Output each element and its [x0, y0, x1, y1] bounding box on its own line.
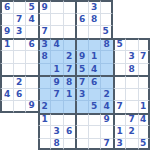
- sudoku-cell-r2c3[interactable]: 7: [38, 25, 51, 38]
- sudoku-cell-r2c7[interactable]: [88, 25, 101, 38]
- sudoku-cell-r5c4[interactable]: 1: [50, 63, 63, 76]
- sudoku-cell-r4c1[interactable]: [13, 50, 26, 63]
- sudoku-cell-r3c5[interactable]: [63, 38, 76, 51]
- sudoku-cell-r10c7[interactable]: [88, 125, 101, 138]
- sudoku-cell-r3c1[interactable]: [13, 38, 26, 51]
- sudoku-cell-r11c3[interactable]: [38, 138, 51, 151]
- sudoku-cell-r4c9[interactable]: [113, 50, 126, 63]
- sudoku-cell-r0c10: [125, 0, 138, 13]
- sudoku-cell-r9c0: [0, 113, 13, 126]
- sudoku-cell-r3c0[interactable]: 1: [0, 38, 13, 51]
- sudoku-cell-r10c6[interactable]: [75, 125, 88, 138]
- sudoku-cell-r9c11[interactable]: 4: [138, 113, 151, 126]
- sudoku-cell-r3c9[interactable]: 5: [113, 38, 126, 51]
- sudoku-cell-r3c11[interactable]: [138, 38, 151, 51]
- sudoku-cell-r5c0[interactable]: [0, 63, 13, 76]
- sudoku-cell-r10c4[interactable]: 3: [50, 125, 63, 138]
- sudoku-cell-r7c11[interactable]: [138, 88, 151, 101]
- sudoku-cell-r4c0[interactable]: [0, 50, 13, 63]
- sudoku-cell-r8c6[interactable]: [75, 100, 88, 113]
- sudoku-cell-r11c1: [13, 138, 26, 151]
- sudoku-cell-r4c3[interactable]: 8: [38, 50, 51, 63]
- sudoku-board: 6593746893751634858291371754829876467132…: [0, 0, 150, 150]
- sudoku-cell-r10c5[interactable]: 6: [63, 125, 76, 138]
- sudoku-cell-r6c2[interactable]: [25, 75, 38, 88]
- sudoku-cell-r6c11[interactable]: [138, 75, 151, 88]
- sudoku-cell-r8c8[interactable]: 4: [100, 100, 113, 113]
- sudoku-cell-r11c8[interactable]: 7: [100, 138, 113, 151]
- sudoku-cell-r6c3[interactable]: [38, 75, 51, 88]
- sudoku-cell-r11c6[interactable]: [75, 138, 88, 151]
- sudoku-cell-r4c8[interactable]: [100, 50, 113, 63]
- sudoku-cell-r7c7[interactable]: [88, 88, 101, 101]
- sudoku-cell-r1c0[interactable]: [0, 13, 13, 26]
- sudoku-cell-r6c1[interactable]: 2: [13, 75, 26, 88]
- sudoku-cell-r2c1[interactable]: 3: [13, 25, 26, 38]
- sudoku-cell-r1c2[interactable]: 4: [25, 13, 38, 26]
- sudoku-cell-r10c3[interactable]: [38, 125, 51, 138]
- sudoku-cell-r1c6[interactable]: 6: [75, 13, 88, 26]
- sudoku-cell-r11c9[interactable]: 3: [113, 138, 126, 151]
- sudoku-cell-r9c2: [25, 113, 38, 126]
- sudoku-cell-r2c11: [138, 25, 151, 38]
- sudoku-cell-r5c1[interactable]: [13, 63, 26, 76]
- sudoku-cell-r6c7[interactable]: 6: [88, 75, 101, 88]
- sudoku-cell-r1c10: [125, 13, 138, 26]
- sudoku-cell-r1c11: [138, 13, 151, 26]
- sudoku-cell-r1c5[interactable]: [63, 13, 76, 26]
- sudoku-cell-r6c5[interactable]: 8: [63, 75, 76, 88]
- sudoku-cell-r5c3[interactable]: [38, 63, 51, 76]
- sudoku-cell-r9c8[interactable]: 9: [100, 113, 113, 126]
- sudoku-cell-r8c2[interactable]: 9: [25, 100, 38, 113]
- sudoku-cell-r9c7[interactable]: [88, 113, 101, 126]
- sudoku-cell-r8c4[interactable]: [50, 100, 63, 113]
- sudoku-cell-r10c9[interactable]: 1: [113, 125, 126, 138]
- sudoku-cell-r8c3[interactable]: 2: [38, 100, 51, 113]
- sudoku-cell-r9c4[interactable]: [50, 113, 63, 126]
- sudoku-cell-r2c8[interactable]: 5: [100, 25, 113, 38]
- sudoku-cell-r7c3[interactable]: [38, 88, 51, 101]
- sudoku-cell-r0c0[interactable]: 6: [0, 0, 13, 13]
- sudoku-cell-r9c9[interactable]: [113, 113, 126, 126]
- sudoku-cell-r5c7[interactable]: 4: [88, 63, 101, 76]
- sudoku-cell-r2c4[interactable]: [50, 25, 63, 38]
- sudoku-cell-r9c10[interactable]: 7: [125, 113, 138, 126]
- sudoku-cell-r0c8[interactable]: [100, 0, 113, 13]
- sudoku-cell-r5c10[interactable]: 8: [125, 63, 138, 76]
- sudoku-cell-r3c10[interactable]: [125, 38, 138, 51]
- sudoku-cell-r11c11[interactable]: 5: [138, 138, 151, 151]
- sudoku-cell-r3c6[interactable]: [75, 38, 88, 51]
- sudoku-cell-r5c5[interactable]: 7: [63, 63, 76, 76]
- sudoku-cell-r1c7[interactable]: 8: [88, 13, 101, 26]
- sudoku-cell-r9c5[interactable]: [63, 113, 76, 126]
- sudoku-cell-r5c2[interactable]: [25, 63, 38, 76]
- sudoku-cell-r6c10[interactable]: [125, 75, 138, 88]
- sudoku-cell-r8c11[interactable]: 1: [138, 100, 151, 113]
- sudoku-cell-r2c0[interactable]: 9: [0, 25, 13, 38]
- sudoku-cell-r0c1[interactable]: [13, 0, 26, 13]
- sudoku-cell-r9c3[interactable]: 1: [38, 113, 51, 126]
- sudoku-cell-r4c5[interactable]: 2: [63, 50, 76, 63]
- sudoku-cell-r11c0: [0, 138, 13, 151]
- sudoku-cell-r6c4[interactable]: 9: [50, 75, 63, 88]
- sudoku-cell-r1c4[interactable]: [50, 13, 63, 26]
- sudoku-cell-r8c1[interactable]: [13, 100, 26, 113]
- sudoku-cell-r11c10[interactable]: [125, 138, 138, 151]
- sudoku-cell-r7c2[interactable]: [25, 88, 38, 101]
- sudoku-cell-r3c8[interactable]: 8: [100, 38, 113, 51]
- sudoku-cell-r4c11[interactable]: 7: [138, 50, 151, 63]
- sudoku-cell-r3c4[interactable]: 4: [50, 38, 63, 51]
- sudoku-cell-r8c0[interactable]: [0, 100, 13, 113]
- sudoku-cell-r11c2: [25, 138, 38, 151]
- sudoku-cell-r8c9[interactable]: 7: [113, 100, 126, 113]
- sudoku-cell-r3c7[interactable]: [88, 38, 101, 51]
- sudoku-cell-r7c4[interactable]: 7: [50, 88, 63, 101]
- sudoku-cell-r5c6[interactable]: 5: [75, 63, 88, 76]
- sudoku-cell-r0c4[interactable]: [50, 0, 63, 13]
- sudoku-cell-r0c11: [138, 0, 151, 13]
- sudoku-cell-r5c11[interactable]: [138, 63, 151, 76]
- sudoku-cell-r10c8[interactable]: [100, 125, 113, 138]
- sudoku-cell-r9c6[interactable]: [75, 113, 88, 126]
- sudoku-cell-r8c10[interactable]: [125, 100, 138, 113]
- sudoku-cell-r4c10[interactable]: 3: [125, 50, 138, 63]
- sudoku-cell-r7c0[interactable]: 4: [0, 88, 13, 101]
- sudoku-cell-r0c3[interactable]: 9: [38, 0, 51, 13]
- sudoku-cell-r4c2[interactable]: [25, 50, 38, 63]
- sudoku-cell-r1c3[interactable]: [38, 13, 51, 26]
- sudoku-cell-r11c5[interactable]: [63, 138, 76, 151]
- sudoku-cell-r11c7[interactable]: [88, 138, 101, 151]
- sudoku-cell-r7c9[interactable]: [113, 88, 126, 101]
- sudoku-cell-r3c2[interactable]: 6: [25, 38, 38, 51]
- sudoku-cell-r10c0: [0, 125, 13, 138]
- sudoku-cell-r4c7[interactable]: 1: [88, 50, 101, 63]
- sudoku-cell-r2c5[interactable]: [63, 25, 76, 38]
- sudoku-cell-r11c4[interactable]: 8: [50, 138, 63, 151]
- sudoku-cell-r2c6[interactable]: [75, 25, 88, 38]
- sudoku-cell-r2c10: [125, 25, 138, 38]
- sudoku-cell-r7c10[interactable]: [125, 88, 138, 101]
- sudoku-cell-r7c6[interactable]: 3: [75, 88, 88, 101]
- sudoku-cell-r7c8[interactable]: 2: [100, 88, 113, 101]
- sudoku-cell-r10c11[interactable]: [138, 125, 151, 138]
- sudoku-cell-r6c9[interactable]: [113, 75, 126, 88]
- sudoku-cell-r3c3[interactable]: 3: [38, 38, 51, 51]
- sudoku-cell-r7c5[interactable]: 1: [63, 88, 76, 101]
- sudoku-cell-r6c8[interactable]: [100, 75, 113, 88]
- sudoku-cell-r7c1[interactable]: 6: [13, 88, 26, 101]
- sudoku-cell-r10c10[interactable]: 2: [125, 125, 138, 138]
- sudoku-cell-r0c5[interactable]: [63, 0, 76, 13]
- sudoku-cell-r8c7[interactable]: 5: [88, 100, 101, 113]
- sudoku-cell-r5c8[interactable]: [100, 63, 113, 76]
- sudoku-cell-r2c9: [113, 25, 126, 38]
- sudoku-cell-r0c6[interactable]: [75, 0, 88, 13]
- sudoku-cell-r1c9: [113, 13, 126, 26]
- sudoku-cell-r1c1[interactable]: 7: [13, 13, 26, 26]
- sudoku-cell-r6c0[interactable]: [0, 75, 13, 88]
- sudoku-cell-r0c2[interactable]: 5: [25, 0, 38, 13]
- sudoku-cell-r8c5[interactable]: [63, 100, 76, 113]
- sudoku-cell-r0c9: [113, 0, 126, 13]
- sudoku-cell-r0c7[interactable]: 3: [88, 0, 101, 13]
- sudoku-cell-r5c9[interactable]: [113, 63, 126, 76]
- sudoku-cell-r1c8[interactable]: [100, 13, 113, 26]
- sudoku-cell-r10c2: [25, 125, 38, 138]
- sudoku-cell-r2c2[interactable]: [25, 25, 38, 38]
- sudoku-cell-r4c6[interactable]: 9: [75, 50, 88, 63]
- sudoku-cell-r4c4[interactable]: [50, 50, 63, 63]
- sudoku-cell-r6c6[interactable]: 7: [75, 75, 88, 88]
- sudoku-cell-r10c1: [13, 125, 26, 138]
- sudoku-cell-r9c1: [13, 113, 26, 126]
